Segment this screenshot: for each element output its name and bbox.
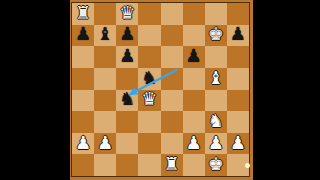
square-b4[interactable] bbox=[94, 90, 116, 112]
piece-black-pawn-c7[interactable]: ♟ bbox=[119, 25, 135, 43]
square-h3[interactable] bbox=[227, 111, 249, 133]
piece-black-knight-c4[interactable]: ♞ bbox=[119, 90, 135, 108]
square-c2[interactable] bbox=[116, 133, 138, 155]
square-b8[interactable] bbox=[94, 3, 116, 25]
piece-white-pawn-b2[interactable]: ♟ bbox=[97, 134, 113, 152]
square-g5[interactable]: ♝ bbox=[205, 68, 227, 90]
square-f4[interactable] bbox=[183, 90, 205, 112]
square-f5[interactable] bbox=[183, 68, 205, 90]
square-e7[interactable] bbox=[161, 25, 183, 47]
square-a4[interactable] bbox=[72, 90, 94, 112]
letterbox-left bbox=[0, 0, 70, 180]
square-d7[interactable] bbox=[138, 25, 160, 47]
square-e8[interactable] bbox=[161, 3, 183, 25]
square-c8[interactable]: ♛ bbox=[116, 3, 138, 25]
chess-board[interactable]: ♜♛♟♝♟♚♟♟♟♞♝♞♛♞♟♟♟♟♟♜♚ bbox=[72, 3, 249, 176]
square-g3[interactable]: ♞ bbox=[205, 111, 227, 133]
square-f3[interactable] bbox=[183, 111, 205, 133]
piece-white-rook-e1[interactable]: ♜ bbox=[163, 155, 179, 173]
square-f1[interactable] bbox=[183, 154, 205, 176]
square-d6[interactable] bbox=[138, 46, 160, 68]
side-to-move-indicator-dot bbox=[245, 163, 250, 168]
piece-white-queen-d4[interactable]: ♛ bbox=[141, 90, 157, 108]
square-a1[interactable] bbox=[72, 154, 94, 176]
square-h4[interactable] bbox=[227, 90, 249, 112]
square-d4[interactable]: ♛ bbox=[138, 90, 160, 112]
square-g6[interactable] bbox=[205, 46, 227, 68]
square-e1[interactable]: ♜ bbox=[161, 154, 183, 176]
square-h7[interactable]: ♟ bbox=[227, 25, 249, 47]
square-d3[interactable] bbox=[138, 111, 160, 133]
piece-black-pawn-a7[interactable]: ♟ bbox=[75, 25, 91, 43]
square-a7[interactable]: ♟ bbox=[72, 25, 94, 47]
square-b1[interactable] bbox=[94, 154, 116, 176]
piece-white-pawn-f2[interactable]: ♟ bbox=[186, 134, 202, 152]
square-f6[interactable]: ♟ bbox=[183, 46, 205, 68]
piece-black-pawn-c6[interactable]: ♟ bbox=[119, 47, 135, 65]
square-d1[interactable] bbox=[138, 154, 160, 176]
chess-board-frame: ♜♛♟♝♟♚♟♟♟♞♝♞♛♞♟♟♟♟♟♜♚ bbox=[70, 0, 253, 180]
square-g4[interactable] bbox=[205, 90, 227, 112]
piece-white-pawn-a2[interactable]: ♟ bbox=[75, 134, 91, 152]
piece-black-bishop-b7[interactable]: ♝ bbox=[97, 25, 113, 43]
piece-white-pawn-h2[interactable]: ♟ bbox=[230, 134, 246, 152]
letterbox-right bbox=[253, 0, 320, 180]
square-a3[interactable] bbox=[72, 111, 94, 133]
square-c6[interactable]: ♟ bbox=[116, 46, 138, 68]
piece-white-pawn-g2[interactable]: ♟ bbox=[208, 134, 224, 152]
square-d5[interactable]: ♞ bbox=[138, 68, 160, 90]
square-h2[interactable]: ♟ bbox=[227, 133, 249, 155]
square-h8[interactable] bbox=[227, 3, 249, 25]
square-c3[interactable] bbox=[116, 111, 138, 133]
square-e4[interactable] bbox=[161, 90, 183, 112]
piece-black-pawn-h7[interactable]: ♟ bbox=[230, 25, 246, 43]
square-h6[interactable] bbox=[227, 46, 249, 68]
piece-white-knight-g3[interactable]: ♞ bbox=[208, 112, 224, 130]
square-b3[interactable] bbox=[94, 111, 116, 133]
square-b2[interactable]: ♟ bbox=[94, 133, 116, 155]
square-a6[interactable] bbox=[72, 46, 94, 68]
piece-white-king-g1[interactable]: ♚ bbox=[208, 155, 224, 173]
square-g7[interactable]: ♚ bbox=[205, 25, 227, 47]
square-d8[interactable] bbox=[138, 3, 160, 25]
square-g8[interactable] bbox=[205, 3, 227, 25]
square-e6[interactable] bbox=[161, 46, 183, 68]
piece-black-queen-c8[interactable]: ♛ bbox=[119, 4, 135, 22]
square-e3[interactable] bbox=[161, 111, 183, 133]
square-a5[interactable] bbox=[72, 68, 94, 90]
square-g2[interactable]: ♟ bbox=[205, 133, 227, 155]
square-d2[interactable] bbox=[138, 133, 160, 155]
square-a8[interactable]: ♜ bbox=[72, 3, 94, 25]
square-e5[interactable] bbox=[161, 68, 183, 90]
piece-black-rook-a8[interactable]: ♜ bbox=[75, 4, 91, 22]
piece-black-king-g7[interactable]: ♚ bbox=[208, 25, 224, 43]
square-c5[interactable] bbox=[116, 68, 138, 90]
square-e2[interactable] bbox=[161, 133, 183, 155]
square-b7[interactable]: ♝ bbox=[94, 25, 116, 47]
square-h5[interactable] bbox=[227, 68, 249, 90]
square-f7[interactable] bbox=[183, 25, 205, 47]
square-c7[interactable]: ♟ bbox=[116, 25, 138, 47]
square-c4[interactable]: ♞ bbox=[116, 90, 138, 112]
square-b6[interactable] bbox=[94, 46, 116, 68]
square-a2[interactable]: ♟ bbox=[72, 133, 94, 155]
square-f8[interactable] bbox=[183, 3, 205, 25]
piece-white-bishop-g5[interactable]: ♝ bbox=[208, 69, 224, 87]
square-g1[interactable]: ♚ bbox=[205, 154, 227, 176]
square-b5[interactable] bbox=[94, 68, 116, 90]
video-frame: ♜♛♟♝♟♚♟♟♟♞♝♞♛♞♟♟♟♟♟♜♚ bbox=[0, 0, 320, 180]
square-c1[interactable] bbox=[116, 154, 138, 176]
piece-black-knight-d5[interactable]: ♞ bbox=[141, 69, 157, 87]
square-f2[interactable]: ♟ bbox=[183, 133, 205, 155]
piece-black-pawn-f6[interactable]: ♟ bbox=[186, 47, 202, 65]
